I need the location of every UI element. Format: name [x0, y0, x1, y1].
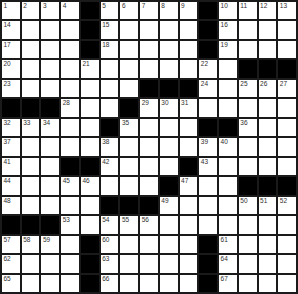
clue-number-12: 12 [260, 2, 267, 9]
white-cell-r4c6[interactable] [101, 60, 119, 77]
clue-number-4: 4 [63, 2, 67, 9]
white-cell-r6c10[interactable]: 31 [180, 99, 198, 116]
clue-number-43: 43 [201, 158, 208, 165]
white-cell-r13c6[interactable]: 60 [101, 236, 119, 253]
block-cell-r6c2 [22, 99, 40, 116]
white-cell-r2c1[interactable]: 14 [2, 21, 20, 38]
block-cell-r6c7 [120, 99, 138, 116]
block-cell-r9c4 [61, 158, 79, 175]
white-cell-r1c10[interactable]: 9 [180, 2, 198, 19]
white-cell-r5c14[interactable]: 26 [259, 80, 277, 97]
white-cell-r1c6[interactable]: 5 [101, 2, 119, 19]
clue-number-52: 52 [280, 197, 287, 204]
white-cell-r7c10[interactable] [180, 119, 198, 136]
clue-number-20: 20 [4, 60, 11, 67]
white-cell-r3c3[interactable] [41, 41, 59, 58]
white-cell-r13c10[interactable] [180, 236, 198, 253]
white-cell-r13c3[interactable]: 59 [41, 236, 59, 253]
white-cell-r14c6[interactable]: 63 [101, 255, 119, 272]
white-cell-r15c15[interactable] [278, 275, 296, 292]
white-cell-r8c9[interactable] [160, 138, 178, 155]
clue-number-3: 3 [43, 2, 47, 9]
white-cell-r2c14[interactable] [259, 21, 277, 38]
white-cell-r5c5[interactable] [81, 80, 99, 97]
white-cell-r11c4[interactable] [61, 197, 79, 214]
white-cell-r11c1[interactable]: 48 [2, 197, 20, 214]
white-cell-r4c12[interactable] [219, 60, 237, 77]
block-cell-r15c5 [81, 275, 99, 292]
clue-number-48: 48 [4, 197, 11, 204]
clue-number-32: 32 [4, 119, 11, 126]
white-cell-r13c8[interactable] [140, 236, 158, 253]
white-cell-r4c9[interactable] [160, 60, 178, 77]
block-cell-r5c8 [140, 80, 158, 97]
clue-number-51: 51 [260, 197, 267, 204]
white-cell-r12c4[interactable]: 53 [61, 216, 79, 233]
white-cell-r15c3[interactable] [41, 275, 59, 292]
clue-number-5: 5 [102, 2, 106, 9]
clue-number-1: 1 [4, 2, 8, 9]
white-cell-r14c1[interactable]: 62 [2, 255, 20, 272]
white-cell-r11c13[interactable]: 50 [239, 197, 257, 214]
white-cell-r1c13[interactable]: 11 [239, 2, 257, 19]
white-cell-r14c3[interactable] [41, 255, 59, 272]
block-cell-r4c14 [259, 60, 277, 77]
clue-number-59: 59 [43, 236, 50, 243]
white-cell-r15c1[interactable]: 65 [2, 275, 20, 292]
white-cell-r12c8[interactable]: 56 [140, 216, 158, 233]
white-cell-r4c8[interactable] [140, 60, 158, 77]
clue-number-53: 53 [63, 216, 70, 223]
white-cell-r5c2[interactable] [22, 80, 40, 97]
white-cell-r13c9[interactable] [160, 236, 178, 253]
clue-number-19: 19 [221, 41, 228, 48]
white-cell-r1c8[interactable]: 7 [140, 2, 158, 19]
block-cell-r13c5 [81, 236, 99, 253]
white-cell-r7c7[interactable]: 35 [120, 119, 138, 136]
white-cell-r9c8[interactable] [140, 158, 158, 175]
white-cell-r10c1[interactable]: 44 [2, 177, 20, 194]
block-cell-r11c6 [101, 197, 119, 214]
white-cell-r10c3[interactable] [41, 177, 59, 194]
white-cell-r2c6[interactable]: 15 [101, 21, 119, 38]
clue-number-23: 23 [4, 80, 11, 87]
white-cell-r9c11[interactable]: 43 [199, 158, 217, 175]
clue-number-9: 9 [181, 2, 185, 9]
white-cell-r8c2[interactable] [22, 138, 40, 155]
white-cell-r11c12[interactable] [219, 197, 237, 214]
clue-number-62: 62 [4, 255, 11, 262]
white-cell-r13c13[interactable] [239, 236, 257, 253]
block-cell-r7c6 [101, 119, 119, 136]
white-cell-r3c2[interactable] [22, 41, 40, 58]
white-cell-r11c5[interactable] [81, 197, 99, 214]
block-cell-r10c14 [259, 177, 277, 194]
white-cell-r15c12[interactable]: 67 [219, 275, 237, 292]
white-cell-r5c4[interactable] [61, 80, 79, 97]
clue-number-18: 18 [102, 41, 109, 48]
white-cell-r6c14[interactable] [259, 99, 277, 116]
clue-number-28: 28 [63, 99, 70, 106]
block-cell-r14c11 [199, 255, 217, 272]
white-cell-r15c2[interactable] [22, 275, 40, 292]
white-cell-r15c4[interactable] [61, 275, 79, 292]
white-cell-r11c15[interactable]: 52 [278, 197, 296, 214]
white-cell-r6c5[interactable] [81, 99, 99, 116]
white-cell-r9c1[interactable]: 41 [2, 158, 20, 175]
clue-number-33: 33 [23, 119, 30, 126]
white-cell-r9c12[interactable] [219, 158, 237, 175]
white-cell-r14c13[interactable] [239, 255, 257, 272]
white-cell-r1c9[interactable]: 8 [160, 2, 178, 19]
clue-number-11: 11 [240, 2, 247, 9]
white-cell-r15c10[interactable] [180, 275, 198, 292]
white-cell-r5c11[interactable]: 24 [199, 80, 217, 97]
white-cell-r2c8[interactable] [140, 21, 158, 38]
white-cell-r10c5[interactable]: 46 [81, 177, 99, 194]
white-cell-r12c11[interactable] [199, 216, 217, 233]
white-cell-r8c5[interactable] [81, 138, 99, 155]
clue-number-13: 13 [280, 2, 287, 9]
white-cell-r6c12[interactable] [219, 99, 237, 116]
block-cell-r10c15 [278, 177, 296, 194]
clue-number-64: 64 [221, 255, 228, 262]
white-cell-r8c4[interactable] [61, 138, 79, 155]
white-cell-r3c10[interactable] [180, 41, 198, 58]
block-cell-r7c11 [199, 119, 217, 136]
clue-number-29: 29 [142, 99, 149, 106]
white-cell-r3c12[interactable]: 19 [219, 41, 237, 58]
white-cell-r11c9[interactable]: 49 [160, 197, 178, 214]
block-cell-r3c5 [81, 41, 99, 58]
white-cell-r8c7[interactable] [120, 138, 138, 155]
white-cell-r4c11[interactable]: 22 [199, 60, 217, 77]
clue-number-49: 49 [161, 197, 168, 204]
white-cell-r2c4[interactable] [61, 21, 79, 38]
white-cell-r9c14[interactable] [259, 158, 277, 175]
clue-number-27: 27 [280, 80, 287, 87]
white-cell-r3c9[interactable] [160, 41, 178, 58]
clue-number-50: 50 [240, 197, 247, 204]
clue-number-14: 14 [4, 21, 11, 28]
clue-number-37: 37 [4, 138, 11, 145]
white-cell-r11c10[interactable] [180, 197, 198, 214]
crossword-puzzle: 1234567891011121314151617181920212223242… [0, 0, 298, 294]
white-cell-r9c13[interactable] [239, 158, 257, 175]
block-cell-r10c9 [160, 177, 178, 194]
clue-number-34: 34 [43, 119, 50, 126]
white-cell-r8c6[interactable]: 38 [101, 138, 119, 155]
clue-number-45: 45 [63, 177, 70, 184]
clue-number-15: 15 [102, 21, 109, 28]
white-cell-r13c14[interactable] [259, 236, 277, 253]
white-cell-r8c14[interactable] [259, 138, 277, 155]
white-cell-r8c12[interactable]: 40 [219, 138, 237, 155]
white-cell-r14c2[interactable] [22, 255, 40, 272]
white-cell-r10c4[interactable]: 45 [61, 177, 79, 194]
white-cell-r2c13[interactable] [239, 21, 257, 38]
white-cell-r11c2[interactable] [22, 197, 40, 214]
white-cell-r2c7[interactable] [120, 21, 138, 38]
white-cell-r10c12[interactable] [219, 177, 237, 194]
clue-number-58: 58 [23, 236, 30, 243]
white-cell-r6c11[interactable] [199, 99, 217, 116]
clue-number-39: 39 [201, 138, 208, 145]
white-cell-r14c10[interactable] [180, 255, 198, 272]
white-cell-r7c9[interactable] [160, 119, 178, 136]
block-cell-r5c10 [180, 80, 198, 97]
white-cell-r4c1[interactable]: 20 [2, 60, 20, 77]
white-cell-r10c7[interactable] [120, 177, 138, 194]
clue-number-25: 25 [240, 80, 247, 87]
clue-number-54: 54 [102, 216, 109, 223]
clue-number-16: 16 [221, 21, 228, 28]
white-cell-r14c14[interactable] [259, 255, 277, 272]
white-cell-r1c3[interactable]: 3 [41, 2, 59, 19]
block-cell-r12c2 [22, 216, 40, 233]
clue-number-61: 61 [221, 236, 228, 243]
clue-number-42: 42 [102, 158, 109, 165]
block-cell-r9c5 [81, 158, 99, 175]
block-cell-r7c12 [219, 119, 237, 136]
clue-number-40: 40 [221, 138, 228, 145]
block-cell-r5c9 [160, 80, 178, 97]
block-cell-r2c5 [81, 21, 99, 38]
white-cell-r15c6[interactable]: 66 [101, 275, 119, 292]
white-cell-r5c15[interactable]: 27 [278, 80, 296, 97]
block-cell-r11c8 [140, 197, 158, 214]
white-cell-r12c13[interactable] [239, 216, 257, 233]
clue-number-65: 65 [4, 275, 11, 282]
white-cell-r4c2[interactable] [22, 60, 40, 77]
clue-number-8: 8 [161, 2, 165, 9]
white-cell-r13c7[interactable] [120, 236, 138, 253]
clue-number-24: 24 [201, 80, 208, 87]
white-cell-r9c7[interactable] [120, 158, 138, 175]
white-cell-r7c4[interactable] [61, 119, 79, 136]
white-cell-r2c2[interactable] [22, 21, 40, 38]
clue-number-63: 63 [102, 255, 109, 262]
white-cell-r7c15[interactable] [278, 119, 296, 136]
white-cell-r8c15[interactable] [278, 138, 296, 155]
clue-number-2: 2 [23, 2, 27, 9]
white-cell-r15c14[interactable] [259, 275, 277, 292]
white-cell-r6c13[interactable] [239, 99, 257, 116]
white-cell-r10c2[interactable] [22, 177, 40, 194]
block-cell-r12c3 [41, 216, 59, 233]
white-cell-r2c3[interactable] [41, 21, 59, 38]
white-cell-r4c4[interactable] [61, 60, 79, 77]
block-cell-r11c7 [120, 197, 138, 214]
white-cell-r12c10[interactable] [180, 216, 198, 233]
white-cell-r11c14[interactable]: 51 [259, 197, 277, 214]
white-cell-r14c15[interactable] [278, 255, 296, 272]
white-cell-r8c3[interactable] [41, 138, 59, 155]
white-cell-r7c5[interactable] [81, 119, 99, 136]
block-cell-r4c15 [278, 60, 296, 77]
white-cell-r7c14[interactable] [259, 119, 277, 136]
white-cell-r12c6[interactable]: 54 [101, 216, 119, 233]
white-cell-r2c10[interactable] [180, 21, 198, 38]
white-cell-r3c14[interactable] [259, 41, 277, 58]
white-cell-r7c2[interactable]: 33 [22, 119, 40, 136]
white-cell-r13c1[interactable]: 57 [2, 236, 20, 253]
clue-number-44: 44 [4, 177, 11, 184]
white-cell-r3c7[interactable] [120, 41, 138, 58]
white-cell-r13c2[interactable]: 58 [22, 236, 40, 253]
white-cell-r9c3[interactable] [41, 158, 59, 175]
clue-number-10: 10 [221, 2, 228, 9]
clue-number-56: 56 [142, 216, 149, 223]
white-cell-r5c1[interactable]: 23 [2, 80, 20, 97]
white-cell-r10c6[interactable] [101, 177, 119, 194]
block-cell-r1c5 [81, 2, 99, 19]
clue-number-46: 46 [82, 177, 89, 184]
block-cell-r6c1 [2, 99, 20, 116]
white-cell-r9c2[interactable] [22, 158, 40, 175]
white-cell-r13c4[interactable] [61, 236, 79, 253]
white-cell-r3c6[interactable]: 18 [101, 41, 119, 58]
clue-number-60: 60 [102, 236, 109, 243]
white-cell-r7c3[interactable]: 34 [41, 119, 59, 136]
clue-number-6: 6 [122, 2, 126, 9]
white-cell-r5c3[interactable] [41, 80, 59, 97]
white-cell-r3c8[interactable] [140, 41, 158, 58]
white-cell-r7c1[interactable]: 32 [2, 119, 20, 136]
block-cell-r4c13 [239, 60, 257, 77]
white-cell-r12c12[interactable] [219, 216, 237, 233]
white-cell-r6c4[interactable]: 28 [61, 99, 79, 116]
block-cell-r6c3 [41, 99, 59, 116]
white-cell-r8c8[interactable] [140, 138, 158, 155]
white-cell-r12c5[interactable] [81, 216, 99, 233]
white-cell-r4c5[interactable]: 21 [81, 60, 99, 77]
white-cell-r2c12[interactable]: 16 [219, 21, 237, 38]
white-cell-r3c1[interactable]: 17 [2, 41, 20, 58]
white-cell-r8c13[interactable] [239, 138, 257, 155]
white-cell-r5c13[interactable]: 25 [239, 80, 257, 97]
white-cell-r1c1[interactable]: 1 [2, 2, 20, 19]
white-cell-r2c9[interactable] [160, 21, 178, 38]
white-cell-r5c7[interactable] [120, 80, 138, 97]
white-cell-r12c15[interactable] [278, 216, 296, 233]
white-cell-r4c7[interactable] [120, 60, 138, 77]
clue-number-31: 31 [181, 99, 188, 106]
white-cell-r7c13[interactable]: 36 [239, 119, 257, 136]
white-cell-r6c8[interactable]: 29 [140, 99, 158, 116]
white-cell-r1c12[interactable]: 10 [219, 2, 237, 19]
white-cell-r10c11[interactable] [199, 177, 217, 194]
clue-number-36: 36 [240, 119, 247, 126]
white-cell-r4c3[interactable] [41, 60, 59, 77]
white-cell-r12c7[interactable]: 55 [120, 216, 138, 233]
white-cell-r11c11[interactable] [199, 197, 217, 214]
white-cell-r3c13[interactable] [239, 41, 257, 58]
block-cell-r12c1 [2, 216, 20, 233]
white-cell-r1c14[interactable]: 12 [259, 2, 277, 19]
white-cell-r12c9[interactable] [160, 216, 178, 233]
block-cell-r1c11 [199, 2, 217, 19]
white-cell-r9c15[interactable] [278, 158, 296, 175]
white-cell-r1c2[interactable]: 2 [22, 2, 40, 19]
white-cell-r4c10[interactable] [180, 60, 198, 77]
white-cell-r12c14[interactable] [259, 216, 277, 233]
white-cell-r15c9[interactable] [160, 275, 178, 292]
white-cell-r9c6[interactable]: 42 [101, 158, 119, 175]
white-cell-r13c12[interactable]: 61 [219, 236, 237, 253]
clue-number-67: 67 [221, 275, 228, 282]
white-cell-r7c8[interactable] [140, 119, 158, 136]
block-cell-r13c11 [199, 236, 217, 253]
clue-number-21: 21 [82, 60, 89, 67]
white-cell-r9c9[interactable] [160, 158, 178, 175]
white-cell-r14c12[interactable]: 64 [219, 255, 237, 272]
white-cell-r1c7[interactable]: 6 [120, 2, 138, 19]
crossword-grid: 1234567891011121314151617181920212223242… [0, 0, 298, 294]
white-cell-r14c4[interactable] [61, 255, 79, 272]
white-cell-r6c15[interactable] [278, 99, 296, 116]
clue-number-41: 41 [4, 158, 11, 165]
block-cell-r10c13 [239, 177, 257, 194]
white-cell-r14c7[interactable] [120, 255, 138, 272]
clue-number-47: 47 [181, 177, 188, 184]
clue-number-22: 22 [201, 60, 208, 67]
block-cell-r9c10 [180, 158, 198, 175]
white-cell-r1c4[interactable]: 4 [61, 2, 79, 19]
block-cell-r15c11 [199, 275, 217, 292]
clue-number-38: 38 [102, 138, 109, 145]
white-cell-r8c11[interactable]: 39 [199, 138, 217, 155]
clue-number-57: 57 [4, 236, 11, 243]
white-cell-r1c15[interactable]: 13 [278, 2, 296, 19]
block-cell-r14c5 [81, 255, 99, 272]
block-cell-r2c11 [199, 21, 217, 38]
white-cell-r5c6[interactable] [101, 80, 119, 97]
white-cell-r6c6[interactable] [101, 99, 119, 116]
clue-number-35: 35 [122, 119, 129, 126]
white-cell-r5c12[interactable] [219, 80, 237, 97]
block-cell-r3c11 [199, 41, 217, 58]
white-cell-r8c10[interactable] [180, 138, 198, 155]
white-cell-r14c9[interactable] [160, 255, 178, 272]
white-cell-r3c15[interactable] [278, 41, 296, 58]
white-cell-r6c9[interactable]: 30 [160, 99, 178, 116]
white-cell-r11c3[interactable] [41, 197, 59, 214]
white-cell-r14c8[interactable] [140, 255, 158, 272]
white-cell-r2c15[interactable] [278, 21, 296, 38]
white-cell-r10c8[interactable] [140, 177, 158, 194]
clue-number-30: 30 [161, 99, 168, 106]
clue-number-66: 66 [102, 275, 109, 282]
white-cell-r15c8[interactable] [140, 275, 158, 292]
clue-number-55: 55 [122, 216, 129, 223]
white-cell-r3c4[interactable] [61, 41, 79, 58]
white-cell-r15c13[interactable] [239, 275, 257, 292]
white-cell-r10c10[interactable]: 47 [180, 177, 198, 194]
white-cell-r13c15[interactable] [278, 236, 296, 253]
clue-number-17: 17 [4, 41, 11, 48]
white-cell-r8c1[interactable]: 37 [2, 138, 20, 155]
white-cell-r15c7[interactable] [120, 275, 138, 292]
clue-number-26: 26 [260, 80, 267, 87]
clue-number-7: 7 [142, 2, 146, 9]
